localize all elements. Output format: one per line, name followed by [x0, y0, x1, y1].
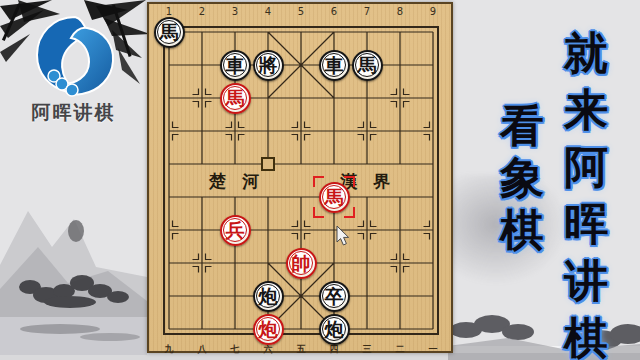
- slogan-char: 阿: [556, 138, 616, 195]
- left-panel: 阿晖讲棋: [0, 0, 147, 360]
- piece-red-cannon[interactable]: 炮: [253, 314, 284, 345]
- piece-red-soldier[interactable]: 兵: [220, 215, 251, 246]
- file-number: 1: [160, 6, 178, 17]
- piece-glyph: 兵: [226, 221, 245, 240]
- piece-black-chariot[interactable]: 車: [319, 50, 350, 81]
- slogan-char: 来: [556, 81, 616, 138]
- piece-glyph: 馬: [226, 89, 245, 108]
- file-number: 7: [358, 6, 376, 17]
- mouse-cursor: [336, 226, 352, 248]
- piece-glyph: 馬: [358, 56, 377, 75]
- file-number: 5: [292, 6, 310, 17]
- board-grid: [149, 4, 455, 355]
- piece-glyph: 帥: [292, 254, 311, 273]
- piece-glyph: 車: [226, 56, 245, 75]
- file-number: 三: [358, 343, 376, 356]
- file-number: 九: [160, 343, 178, 356]
- ink-landscape-painting: [0, 205, 147, 355]
- piece-black-general[interactable]: 將: [253, 50, 284, 81]
- file-number: 2: [193, 6, 211, 17]
- file-number: 四: [325, 343, 343, 356]
- channel-name: 阿晖讲棋: [0, 100, 147, 126]
- piece-glyph: 炮: [325, 320, 344, 339]
- file-number: 五: [292, 343, 310, 356]
- river-label-chu: 楚河: [209, 170, 275, 190]
- file-number: 9: [424, 6, 442, 17]
- slogan-char: 就: [556, 24, 616, 81]
- file-number: 七: [226, 343, 244, 356]
- piece-glyph: 馬: [160, 23, 179, 42]
- file-number: 六: [259, 343, 277, 356]
- file-number: 八: [193, 343, 211, 356]
- piece-black-horse[interactable]: 馬: [352, 50, 383, 81]
- piece-red-general[interactable]: 帥: [286, 248, 317, 279]
- xiangqi-board[interactable]: 123456789 九八七六五四三二一 楚河 漢界 馬車將車馬馬馬兵帥炮卒炮炮: [147, 2, 453, 353]
- piece-black-cannon[interactable]: 炮: [253, 281, 284, 312]
- slogan-char: 棋: [556, 309, 616, 360]
- piece-black-horse[interactable]: 馬: [154, 17, 185, 48]
- slogan-char: 看: [492, 100, 552, 152]
- file-number: 6: [325, 6, 343, 17]
- selected-piece-brackets: [313, 176, 355, 218]
- file-number: 二: [391, 343, 409, 356]
- handshake-logo: [30, 14, 120, 98]
- bamboo-ink-painting: [0, 0, 150, 115]
- piece-glyph: 車: [325, 56, 344, 75]
- piece-glyph: 將: [259, 56, 278, 75]
- piece-glyph: 卒: [325, 287, 344, 306]
- piece-black-soldier[interactable]: 卒: [319, 281, 350, 312]
- slogan-main: 就来阿晖讲棋: [556, 24, 616, 360]
- piece-black-cannon[interactable]: 炮: [319, 314, 350, 345]
- file-number: 4: [259, 6, 277, 17]
- piece-glyph: 炮: [259, 320, 278, 339]
- slogan-char: 象: [492, 152, 552, 204]
- file-number: 8: [391, 6, 409, 17]
- slogan-char: 晖: [556, 195, 616, 252]
- file-number: 3: [226, 6, 244, 17]
- file-number: 一: [424, 343, 442, 356]
- piece-glyph: 炮: [259, 287, 278, 306]
- last-move-origin-marker: [261, 157, 275, 171]
- slogan-char: 棋: [492, 204, 552, 256]
- slogan-sub: 看象棋: [492, 100, 552, 256]
- piece-black-chariot[interactable]: 車: [220, 50, 251, 81]
- slogan-char: 讲: [556, 252, 616, 309]
- piece-red-horse[interactable]: 馬: [220, 83, 251, 114]
